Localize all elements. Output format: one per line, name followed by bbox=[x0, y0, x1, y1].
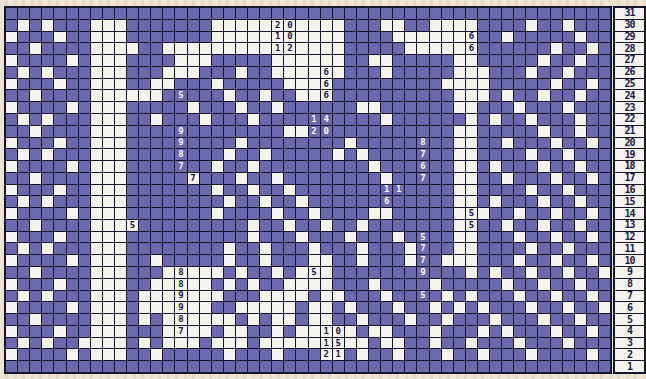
stitch-cell: 6 bbox=[321, 90, 332, 101]
stitch-cell bbox=[345, 8, 356, 19]
stitch-cell bbox=[79, 138, 90, 149]
stitch-cell bbox=[430, 8, 441, 19]
stitch-count-digit: 9 bbox=[178, 303, 183, 312]
stitch-cell bbox=[514, 114, 525, 125]
stitch-cell bbox=[538, 255, 549, 266]
stitch-cell bbox=[417, 302, 428, 313]
stitch-cell bbox=[502, 185, 513, 196]
stitch-cell bbox=[526, 314, 537, 325]
stitch-cell bbox=[18, 279, 29, 290]
stitch-cell bbox=[284, 208, 295, 219]
stitch-cell bbox=[79, 361, 90, 372]
stitch-cell bbox=[526, 279, 537, 290]
stitch-cell bbox=[296, 314, 307, 325]
stitch-cell bbox=[79, 114, 90, 125]
stitch-cell bbox=[563, 291, 574, 302]
stitch-cell bbox=[139, 8, 150, 19]
stitch-cell bbox=[139, 361, 150, 372]
stitch-cell bbox=[224, 8, 235, 19]
stitch-cell bbox=[236, 67, 247, 78]
stitch-cell bbox=[321, 267, 332, 278]
stitch-cell bbox=[6, 173, 17, 184]
stitch-cell bbox=[79, 338, 90, 349]
stitch-cell bbox=[357, 55, 368, 66]
stitch-cell bbox=[163, 291, 174, 302]
stitch-cell bbox=[381, 302, 392, 313]
stitch-cell bbox=[163, 67, 174, 78]
stitch-cell bbox=[6, 232, 17, 243]
stitch-cell bbox=[127, 267, 138, 278]
stitch-cell bbox=[490, 279, 501, 290]
stitch-cell bbox=[538, 291, 549, 302]
stitch-cell bbox=[393, 255, 404, 266]
stitch-cell bbox=[115, 208, 126, 219]
stitch-cell bbox=[514, 126, 525, 137]
stitch-cell bbox=[18, 114, 29, 125]
stitch-cell bbox=[115, 102, 126, 113]
stitch-cell bbox=[454, 79, 465, 90]
stitch-cell bbox=[91, 114, 102, 125]
stitch-cell bbox=[30, 267, 41, 278]
stitch-cell bbox=[526, 326, 537, 337]
stitch-cell bbox=[103, 349, 114, 360]
stitch-cell bbox=[345, 114, 356, 125]
stitch-count-digit: 1 bbox=[275, 32, 280, 41]
stitch-cell bbox=[575, 279, 586, 290]
stitch-cell bbox=[284, 243, 295, 254]
stitch-cell bbox=[417, 361, 428, 372]
stitch-cell bbox=[188, 279, 199, 290]
stitch-cell bbox=[381, 326, 392, 337]
stitch-cell bbox=[103, 55, 114, 66]
stitch-cell bbox=[296, 279, 307, 290]
stitch-cell bbox=[18, 185, 29, 196]
stitch-cell bbox=[405, 220, 416, 231]
stitch-cell bbox=[587, 291, 598, 302]
stitch-cell bbox=[224, 255, 235, 266]
stitch-cell: 6 bbox=[466, 32, 477, 43]
stitch-cell bbox=[115, 185, 126, 196]
stitch-cell bbox=[248, 55, 259, 66]
stitch-cell bbox=[67, 220, 78, 231]
stitch-cell bbox=[224, 161, 235, 172]
stitch-cell bbox=[151, 149, 162, 160]
stitch-cell bbox=[551, 126, 562, 137]
stitch-cell bbox=[369, 67, 380, 78]
stitch-cell bbox=[139, 208, 150, 219]
stitch-cell bbox=[599, 302, 610, 313]
stitch-cell bbox=[260, 138, 271, 149]
stitch-cell bbox=[502, 43, 513, 54]
stitch-cell bbox=[442, 149, 453, 160]
stitch-cell bbox=[454, 208, 465, 219]
stitch-cell bbox=[466, 196, 477, 207]
stitch-cell bbox=[575, 79, 586, 90]
stitch-cell bbox=[309, 43, 320, 54]
stitch-cell bbox=[466, 314, 477, 325]
row-number: 15 bbox=[615, 196, 644, 207]
stitch-cell bbox=[127, 326, 138, 337]
row-number: 26 bbox=[615, 67, 644, 78]
stitch-cell bbox=[563, 8, 574, 19]
stitch-cell bbox=[284, 361, 295, 372]
stitch-cell bbox=[345, 208, 356, 219]
stitch-cell bbox=[127, 126, 138, 137]
stitch-cell bbox=[284, 220, 295, 231]
stitch-cell bbox=[321, 196, 332, 207]
stitch-cell bbox=[563, 173, 574, 184]
stitch-cell bbox=[369, 208, 380, 219]
stitch-cell bbox=[103, 43, 114, 54]
stitch-cell bbox=[6, 314, 17, 325]
stitch-cell bbox=[212, 149, 223, 160]
stitch-cell bbox=[296, 173, 307, 184]
stitch-cell bbox=[18, 243, 29, 254]
stitch-cell bbox=[54, 208, 65, 219]
stitch-cell bbox=[30, 361, 41, 372]
stitch-cell bbox=[575, 55, 586, 66]
stitch-cell bbox=[575, 338, 586, 349]
stitch-cell bbox=[6, 185, 17, 196]
stitch-cell bbox=[490, 267, 501, 278]
stitch-cell: 9 bbox=[175, 126, 186, 137]
stitch-cell bbox=[79, 291, 90, 302]
stitch-cell bbox=[42, 79, 53, 90]
stitch-cell bbox=[563, 255, 574, 266]
stitch-cell bbox=[502, 279, 513, 290]
stitch-cell bbox=[369, 302, 380, 313]
stitch-cell bbox=[6, 302, 17, 313]
stitch-cell bbox=[417, 349, 428, 360]
stitch-cell bbox=[115, 55, 126, 66]
row-number: 7 bbox=[615, 291, 644, 302]
stitch-cell bbox=[599, 243, 610, 254]
stitch-cell: 7 bbox=[417, 149, 428, 160]
stitch-cell bbox=[357, 138, 368, 149]
stitch-cell bbox=[563, 32, 574, 43]
stitch-cell bbox=[260, 291, 271, 302]
stitch-cell bbox=[442, 32, 453, 43]
stitch-cell bbox=[309, 185, 320, 196]
stitch-cell bbox=[296, 349, 307, 360]
row-number: 4 bbox=[615, 326, 644, 337]
stitch-cell bbox=[357, 220, 368, 231]
stitch-cell bbox=[490, 338, 501, 349]
stitch-count-digit: 6 bbox=[323, 80, 328, 89]
stitch-cell bbox=[103, 279, 114, 290]
stitch-cell bbox=[18, 8, 29, 19]
stitch-cell bbox=[139, 43, 150, 54]
stitch-cell bbox=[514, 220, 525, 231]
stitch-cell bbox=[381, 138, 392, 149]
stitch-cell bbox=[490, 302, 501, 313]
stitch-cell bbox=[393, 314, 404, 325]
stitch-cell bbox=[490, 67, 501, 78]
stitch-cell bbox=[454, 90, 465, 101]
stitch-cell bbox=[563, 232, 574, 243]
stitch-cell bbox=[236, 220, 247, 231]
stitch-cell bbox=[6, 267, 17, 278]
stitch-cell bbox=[587, 361, 598, 372]
stitch-cell bbox=[405, 291, 416, 302]
stitch-cell bbox=[551, 79, 562, 90]
stitch-cell bbox=[321, 361, 332, 372]
stitch-cell bbox=[91, 126, 102, 137]
stitch-cell bbox=[42, 114, 53, 125]
stitch-cell bbox=[236, 196, 247, 207]
stitch-cell bbox=[526, 196, 537, 207]
stitch-cell bbox=[224, 220, 235, 231]
row-number-column: 3130292827262524232221201918171615141312… bbox=[613, 6, 646, 374]
stitch-cell bbox=[490, 79, 501, 90]
stitch-cell bbox=[381, 79, 392, 90]
stitch-count-digit: 1 bbox=[384, 185, 389, 194]
stitch-cell bbox=[575, 243, 586, 254]
stitch-cell bbox=[490, 173, 501, 184]
stitch-cell bbox=[538, 20, 549, 31]
stitch-cell bbox=[563, 161, 574, 172]
stitch-cell bbox=[296, 102, 307, 113]
stitch-cell bbox=[405, 361, 416, 372]
stitch-cell bbox=[430, 243, 441, 254]
stitch-cell bbox=[115, 173, 126, 184]
stitch-cell bbox=[67, 20, 78, 31]
stitch-cell bbox=[127, 338, 138, 349]
stitch-cell bbox=[526, 114, 537, 125]
stitch-cell bbox=[442, 361, 453, 372]
stitch-cell bbox=[67, 149, 78, 160]
stitch-cell bbox=[490, 20, 501, 31]
stitch-cell bbox=[6, 126, 17, 137]
stitch-cell bbox=[478, 314, 489, 325]
stitch-cell bbox=[30, 185, 41, 196]
stitch-cell: 1 bbox=[272, 32, 283, 43]
stitch-cell bbox=[115, 90, 126, 101]
stitch-cell bbox=[163, 314, 174, 325]
stitch-cell bbox=[139, 314, 150, 325]
stitch-cell bbox=[321, 102, 332, 113]
stitch-cell bbox=[67, 267, 78, 278]
row-number: 8 bbox=[615, 279, 644, 290]
stitch-cell bbox=[478, 79, 489, 90]
stitch-cell bbox=[54, 291, 65, 302]
stitch-cell bbox=[224, 173, 235, 184]
stitch-cell bbox=[79, 185, 90, 196]
row-number: 18 bbox=[615, 161, 644, 172]
stitch-cell bbox=[79, 314, 90, 325]
stitch-cell bbox=[42, 361, 53, 372]
stitch-cell bbox=[526, 302, 537, 313]
stitch-cell bbox=[248, 220, 259, 231]
stitch-cell bbox=[272, 243, 283, 254]
stitch-cell bbox=[587, 90, 598, 101]
stitch-cell bbox=[369, 326, 380, 337]
stitch-count-digit: 7 bbox=[178, 327, 183, 336]
stitch-cell bbox=[67, 43, 78, 54]
stitch-cell bbox=[224, 291, 235, 302]
stitch-cell bbox=[284, 149, 295, 160]
stitch-cell bbox=[393, 90, 404, 101]
stitch-cell bbox=[139, 32, 150, 43]
stitch-count-digit: 5 bbox=[311, 268, 316, 277]
stitch-cell bbox=[224, 79, 235, 90]
stitch-cell bbox=[54, 67, 65, 78]
stitch-cell bbox=[224, 196, 235, 207]
stitch-cell bbox=[309, 255, 320, 266]
stitch-cell bbox=[587, 208, 598, 219]
stitch-cell bbox=[538, 185, 549, 196]
stitch-cell bbox=[345, 338, 356, 349]
stitch-cell bbox=[127, 243, 138, 254]
stitch-cell bbox=[309, 361, 320, 372]
stitch-cell bbox=[260, 232, 271, 243]
stitch-cell bbox=[224, 55, 235, 66]
stitch-cell bbox=[478, 338, 489, 349]
stitch-cell bbox=[296, 161, 307, 172]
stitch-cell bbox=[321, 232, 332, 243]
stitch-cell bbox=[442, 8, 453, 19]
stitch-cell bbox=[454, 220, 465, 231]
stitch-cell bbox=[357, 126, 368, 137]
stitch-cell: 1 bbox=[321, 326, 332, 337]
stitch-cell bbox=[309, 196, 320, 207]
stitch-cell bbox=[236, 291, 247, 302]
stitch-cell bbox=[333, 8, 344, 19]
stitch-cell bbox=[393, 173, 404, 184]
stitch-cell bbox=[393, 267, 404, 278]
stitch-cell bbox=[333, 55, 344, 66]
stitch-cell bbox=[151, 267, 162, 278]
stitch-cell bbox=[67, 232, 78, 243]
stitch-cell bbox=[345, 196, 356, 207]
stitch-cell bbox=[321, 302, 332, 313]
stitch-cell bbox=[188, 102, 199, 113]
stitch-cell bbox=[54, 20, 65, 31]
stitch-cell bbox=[163, 8, 174, 19]
stitch-cell bbox=[526, 43, 537, 54]
stitch-cell bbox=[54, 138, 65, 149]
stitch-cell bbox=[369, 138, 380, 149]
stitch-cell bbox=[381, 173, 392, 184]
stitch-cell bbox=[333, 185, 344, 196]
stitch-cell bbox=[490, 196, 501, 207]
stitch-cell bbox=[417, 90, 428, 101]
stitch-cell bbox=[127, 291, 138, 302]
stitch-cell bbox=[103, 114, 114, 125]
stitch-cell bbox=[212, 291, 223, 302]
stitch-cell bbox=[357, 114, 368, 125]
stitch-cell bbox=[345, 291, 356, 302]
stitch-count-digit: 9 bbox=[420, 268, 425, 277]
stitch-cell bbox=[563, 338, 574, 349]
stitch-cell bbox=[91, 149, 102, 160]
stitch-cell bbox=[248, 302, 259, 313]
stitch-cell bbox=[405, 349, 416, 360]
stitch-cell bbox=[91, 302, 102, 313]
stitch-cell bbox=[430, 90, 441, 101]
stitch-cell bbox=[369, 185, 380, 196]
stitch-cell bbox=[79, 90, 90, 101]
stitch-cell bbox=[236, 90, 247, 101]
stitch-cell bbox=[54, 90, 65, 101]
stitch-cell bbox=[212, 279, 223, 290]
stitch-cell bbox=[490, 220, 501, 231]
stitch-cell bbox=[369, 55, 380, 66]
stitch-count-digit: 5 bbox=[420, 233, 425, 242]
stitch-cell bbox=[333, 361, 344, 372]
stitch-cell bbox=[103, 8, 114, 19]
stitch-cell bbox=[248, 267, 259, 278]
stitch-cell bbox=[502, 79, 513, 90]
stitch-cell bbox=[42, 208, 53, 219]
stitch-cell bbox=[309, 90, 320, 101]
stitch-cell bbox=[333, 126, 344, 137]
stitch-cell: 7 bbox=[175, 326, 186, 337]
stitch-cell bbox=[163, 102, 174, 113]
stitch-cell bbox=[200, 196, 211, 207]
stitch-cell bbox=[79, 326, 90, 337]
stitch-cell bbox=[417, 196, 428, 207]
stitch-cell bbox=[188, 326, 199, 337]
stitch-cell bbox=[575, 196, 586, 207]
stitch-cell bbox=[163, 220, 174, 231]
stitch-cell bbox=[91, 185, 102, 196]
stitch-cell bbox=[115, 220, 126, 231]
stitch-cell bbox=[551, 326, 562, 337]
stitch-cell: 6 bbox=[321, 79, 332, 90]
stitch-cell bbox=[490, 114, 501, 125]
stitch-cell bbox=[6, 326, 17, 337]
stitch-cell bbox=[212, 243, 223, 254]
stitch-cell bbox=[6, 43, 17, 54]
stitch-cell bbox=[91, 55, 102, 66]
stitch-cell bbox=[236, 243, 247, 254]
stitch-cell bbox=[163, 55, 174, 66]
stitch-cell bbox=[563, 361, 574, 372]
stitch-cell bbox=[54, 185, 65, 196]
stitch-cell bbox=[526, 349, 537, 360]
stitch-cell bbox=[430, 255, 441, 266]
stitch-cell bbox=[91, 267, 102, 278]
stitch-cell bbox=[575, 90, 586, 101]
stitch-cell bbox=[587, 79, 598, 90]
stitch-cell bbox=[139, 67, 150, 78]
stitch-cell bbox=[54, 102, 65, 113]
stitch-cell bbox=[54, 149, 65, 160]
stitch-cell bbox=[587, 126, 598, 137]
stitch-cell: 8 bbox=[175, 314, 186, 325]
stitch-cell bbox=[514, 267, 525, 278]
stitch-cell bbox=[442, 114, 453, 125]
stitch-cell bbox=[272, 338, 283, 349]
stitch-cell bbox=[42, 243, 53, 254]
stitch-cell bbox=[260, 32, 271, 43]
stitch-cell bbox=[296, 55, 307, 66]
stitch-cell: 7 bbox=[417, 243, 428, 254]
stitch-cell bbox=[224, 90, 235, 101]
row-number: 6 bbox=[615, 302, 644, 313]
stitch-cell bbox=[260, 8, 271, 19]
stitch-cell bbox=[224, 361, 235, 372]
stitch-cell bbox=[381, 361, 392, 372]
stitch-cell: 5 bbox=[309, 267, 320, 278]
stitch-cell bbox=[103, 149, 114, 160]
stitch-cell bbox=[115, 20, 126, 31]
stitch-cell bbox=[381, 32, 392, 43]
stitch-cell bbox=[296, 255, 307, 266]
stitch-cell bbox=[272, 138, 283, 149]
stitch-cell bbox=[200, 220, 211, 231]
